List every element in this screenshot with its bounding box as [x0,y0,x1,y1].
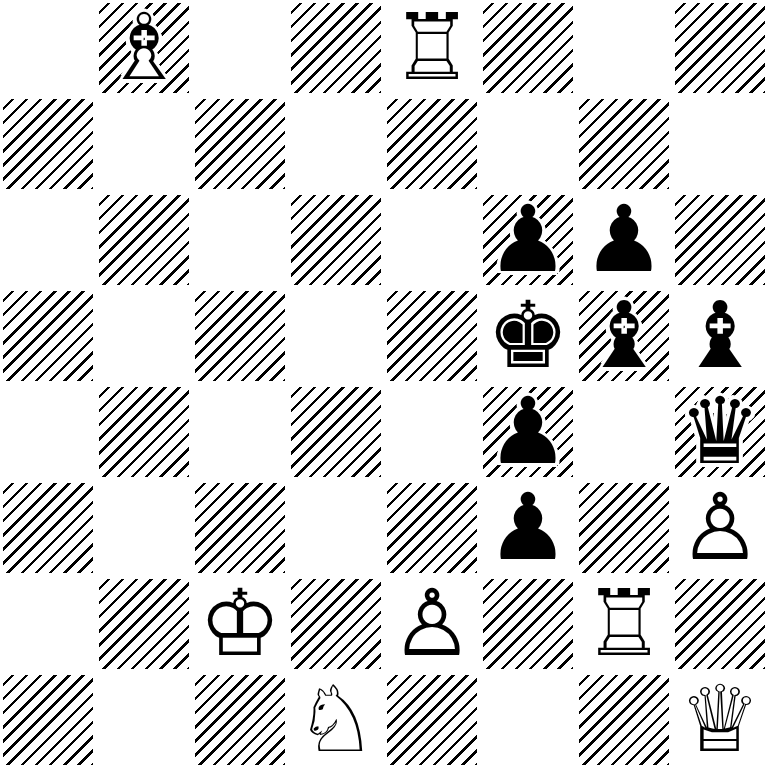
square-g4[interactable] [576,384,672,480]
white-king-glyph: ♔ [192,576,288,672]
square-c8[interactable] [192,0,288,96]
square-e5[interactable] [384,288,480,384]
square-b2[interactable] [96,576,192,672]
white-knight: ♞♘ [288,672,384,768]
square-g2[interactable]: ♜♖ [576,576,672,672]
square-c1[interactable] [192,672,288,768]
square-h6[interactable] [672,192,768,288]
black-king: ♚♚ [480,288,576,384]
white-knight-glyph: ♘ [288,672,384,768]
square-d8[interactable] [288,0,384,96]
square-b8[interactable]: ♝♗ [96,0,192,96]
square-h7[interactable] [672,96,768,192]
square-c6[interactable] [192,192,288,288]
square-e1[interactable] [384,672,480,768]
square-f5[interactable]: ♚♚ [480,288,576,384]
square-f2[interactable] [480,576,576,672]
square-c7[interactable] [192,96,288,192]
square-a6[interactable] [0,192,96,288]
square-c5[interactable] [192,288,288,384]
square-e8[interactable]: ♜♖ [384,0,480,96]
black-pawn-glyph: ♟ [480,192,576,288]
square-d3[interactable] [288,480,384,576]
square-a1[interactable] [0,672,96,768]
black-pawn: ♟♟ [576,192,672,288]
white-rook: ♜♖ [576,576,672,672]
square-e4[interactable] [384,384,480,480]
square-a2[interactable] [0,576,96,672]
white-pawn: ♟♙ [672,480,768,576]
square-e3[interactable] [384,480,480,576]
square-f6[interactable]: ♟♟ [480,192,576,288]
square-e7[interactable] [384,96,480,192]
square-c3[interactable] [192,480,288,576]
square-a3[interactable] [0,480,96,576]
square-g7[interactable] [576,96,672,192]
black-pawn: ♟♟ [480,384,576,480]
black-pawn-glyph: ♟ [480,384,576,480]
square-e2[interactable]: ♟♙ [384,576,480,672]
square-f4[interactable]: ♟♟ [480,384,576,480]
square-a5[interactable] [0,288,96,384]
white-rook-glyph: ♖ [384,0,480,96]
white-pawn: ♟♙ [384,576,480,672]
square-h3[interactable]: ♟♙ [672,480,768,576]
square-g6[interactable]: ♟♟ [576,192,672,288]
square-b1[interactable] [96,672,192,768]
white-bishop: ♝♗ [96,0,192,96]
chess-board: ♝♗♜♖♟♟♟♟♚♚♝♝♝♝♟♟♛♛♟♟♟♙♚♔♟♙♜♖♞♘♛♕ [0,0,768,768]
white-queen: ♛♕ [672,672,768,768]
black-pawn: ♟♟ [480,192,576,288]
square-h1[interactable]: ♛♕ [672,672,768,768]
square-g8[interactable] [576,0,672,96]
white-pawn-glyph: ♙ [672,480,768,576]
square-d5[interactable] [288,288,384,384]
square-b4[interactable] [96,384,192,480]
black-pawn-glyph: ♟ [480,480,576,576]
white-rook: ♜♖ [384,0,480,96]
square-d4[interactable] [288,384,384,480]
square-g1[interactable] [576,672,672,768]
square-d6[interactable] [288,192,384,288]
black-bishop-glyph: ♝ [672,288,768,384]
square-c2[interactable]: ♚♔ [192,576,288,672]
white-rook-glyph: ♖ [576,576,672,672]
square-a8[interactable] [0,0,96,96]
white-queen-glyph: ♕ [672,672,768,768]
black-bishop-glyph: ♝ [576,288,672,384]
square-f3[interactable]: ♟♟ [480,480,576,576]
black-bishop: ♝♝ [672,288,768,384]
white-pawn-glyph: ♙ [384,576,480,672]
square-a7[interactable] [0,96,96,192]
square-h4[interactable]: ♛♛ [672,384,768,480]
white-bishop-glyph: ♗ [96,0,192,96]
square-g3[interactable] [576,480,672,576]
square-e6[interactable] [384,192,480,288]
square-d2[interactable] [288,576,384,672]
square-h8[interactable] [672,0,768,96]
black-queen-glyph: ♛ [672,384,768,480]
square-d7[interactable] [288,96,384,192]
square-h5[interactable]: ♝♝ [672,288,768,384]
square-b5[interactable] [96,288,192,384]
white-king: ♚♔ [192,576,288,672]
square-f1[interactable] [480,672,576,768]
black-king-glyph: ♚ [480,288,576,384]
square-b3[interactable] [96,480,192,576]
square-h2[interactable] [672,576,768,672]
black-queen: ♛♛ [672,384,768,480]
square-g5[interactable]: ♝♝ [576,288,672,384]
square-f7[interactable] [480,96,576,192]
black-bishop: ♝♝ [576,288,672,384]
black-pawn-glyph: ♟ [576,192,672,288]
square-c4[interactable] [192,384,288,480]
square-d1[interactable]: ♞♘ [288,672,384,768]
square-a4[interactable] [0,384,96,480]
black-pawn: ♟♟ [480,480,576,576]
square-b7[interactable] [96,96,192,192]
square-f8[interactable] [480,0,576,96]
square-b6[interactable] [96,192,192,288]
